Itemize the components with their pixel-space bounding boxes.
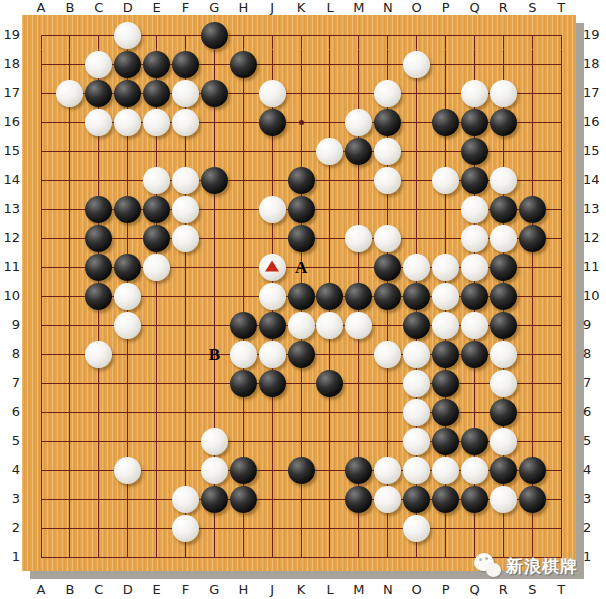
intersection-O12 <box>402 224 431 253</box>
intersection-D17 <box>113 79 142 108</box>
intersection-L18 <box>316 50 345 79</box>
intersection-S11 <box>518 253 547 282</box>
intersection-A17 <box>27 79 56 108</box>
black-stone-Q16 <box>461 109 488 136</box>
intersection-K18 <box>287 50 316 79</box>
intersection-N5 <box>373 427 402 456</box>
intersection-E9 <box>142 311 171 340</box>
row-label-right-4: 4 <box>583 463 606 477</box>
black-stone-K13 <box>288 196 315 223</box>
black-stone-K4 <box>288 457 315 484</box>
intersection-K14 <box>287 166 316 195</box>
white-stone-D16 <box>114 109 141 136</box>
intersection-A15 <box>27 137 56 166</box>
row-label-left-4: 4 <box>0 463 20 477</box>
intersection-D15 <box>113 137 142 166</box>
intersection-O4 <box>402 456 431 485</box>
black-stone-K8 <box>288 341 315 368</box>
col-label-bottom-N: N <box>377 583 399 597</box>
intersection-B12 <box>55 224 84 253</box>
intersection-B8 <box>55 340 84 369</box>
row-label-right-16: 16 <box>583 115 606 129</box>
black-stone-C17 <box>85 80 112 107</box>
intersection-J3 <box>258 485 287 514</box>
intersection-E6 <box>142 398 171 427</box>
col-label-bottom-P: P <box>435 583 457 597</box>
intersection-H12 <box>229 224 258 253</box>
intersection-T8 <box>547 340 576 369</box>
intersection-F9 <box>171 311 200 340</box>
intersection-T9 <box>547 311 576 340</box>
intersection-M2 <box>344 514 373 543</box>
intersection-L6 <box>316 398 345 427</box>
intersection-K2 <box>287 514 316 543</box>
white-stone-R12 <box>490 225 517 252</box>
white-stone-P4 <box>432 457 459 484</box>
intersection-S18 <box>518 50 547 79</box>
intersection-B14 <box>55 166 84 195</box>
intersection-Q9 <box>460 311 489 340</box>
row-label-left-11: 11 <box>0 260 20 274</box>
intersection-S3 <box>518 485 547 514</box>
intersection-F18 <box>171 50 200 79</box>
white-stone-R17 <box>490 80 517 107</box>
white-stone-J11 <box>259 254 286 281</box>
col-label-bottom-C: C <box>88 583 110 597</box>
intersection-J11 <box>258 253 287 282</box>
col-label-bottom-K: K <box>290 583 312 597</box>
intersection-O1 <box>402 543 431 572</box>
intersection-P9 <box>431 311 460 340</box>
intersection-A19 <box>27 21 56 50</box>
black-stone-C10 <box>85 283 112 310</box>
intersection-M5 <box>344 427 373 456</box>
intersection-O14 <box>402 166 431 195</box>
intersection-A18 <box>27 50 56 79</box>
row-label-left-14: 14 <box>0 173 20 187</box>
go-diagram-page: AB 新浪棋牌 AABBCCDDEEFFGGHHJJKKLLMMNNOOPPQQ… <box>0 0 606 599</box>
black-stone-P3 <box>432 486 459 513</box>
intersection-B13 <box>55 195 84 224</box>
intersection-B9 <box>55 311 84 340</box>
row-label-right-3: 3 <box>583 492 606 506</box>
black-stone-O10 <box>403 283 430 310</box>
intersection-A13 <box>27 195 56 224</box>
intersection-T6 <box>547 398 576 427</box>
intersection-C9 <box>84 311 113 340</box>
intersection-E13 <box>142 195 171 224</box>
intersection-A14 <box>27 166 56 195</box>
intersection-F10 <box>171 282 200 311</box>
intersection-L13 <box>316 195 345 224</box>
intersection-P2 <box>431 514 460 543</box>
white-stone-R14 <box>490 167 517 194</box>
white-stone-N3 <box>374 486 401 513</box>
col-label-top-N: N <box>377 1 399 15</box>
white-stone-O4 <box>403 457 430 484</box>
intersection-J19 <box>258 21 287 50</box>
black-stone-R10 <box>490 283 517 310</box>
intersection-L10 <box>316 282 345 311</box>
black-stone-M15 <box>345 138 372 165</box>
intersection-E11 <box>142 253 171 282</box>
intersection-K4 <box>287 456 316 485</box>
intersection-F12 <box>171 224 200 253</box>
intersection-H2 <box>229 514 258 543</box>
intersection-E19 <box>142 21 171 50</box>
black-stone-H9 <box>230 312 257 339</box>
row-label-left-8: 8 <box>0 347 20 361</box>
white-stone-R3 <box>490 486 517 513</box>
intersection-M18 <box>344 50 373 79</box>
black-stone-Q10 <box>461 283 488 310</box>
black-stone-O3 <box>403 486 430 513</box>
col-label-bottom-R: R <box>492 583 514 597</box>
intersection-Q18 <box>460 50 489 79</box>
col-label-bottom-M: M <box>348 583 370 597</box>
white-stone-Q11 <box>461 254 488 281</box>
intersection-F6 <box>171 398 200 427</box>
col-label-bottom-Q: Q <box>464 583 486 597</box>
col-label-top-G: G <box>203 1 225 15</box>
row-label-right-1: 1 <box>583 550 606 564</box>
intersection-F5 <box>171 427 200 456</box>
intersection-C12 <box>84 224 113 253</box>
white-stone-K9 <box>288 312 315 339</box>
intersection-P1 <box>431 543 460 572</box>
intersection-J10 <box>258 282 287 311</box>
white-stone-O11 <box>403 254 430 281</box>
intersection-M16 <box>344 108 373 137</box>
white-stone-O7 <box>403 370 430 397</box>
intersection-O15 <box>402 137 431 166</box>
intersection-L14 <box>316 166 345 195</box>
intersection-B16 <box>55 108 84 137</box>
intersection-P11 <box>431 253 460 282</box>
black-stone-L10 <box>316 283 343 310</box>
row-label-right-14: 14 <box>583 173 606 187</box>
white-stone-J13 <box>259 196 286 223</box>
intersection-O18 <box>402 50 431 79</box>
intersection-S12 <box>518 224 547 253</box>
intersection-F17 <box>171 79 200 108</box>
row-label-left-16: 16 <box>0 115 20 129</box>
intersection-N18 <box>373 50 402 79</box>
intersection-L12 <box>316 224 345 253</box>
intersection-M19 <box>344 21 373 50</box>
intersection-H7 <box>229 369 258 398</box>
intersection-P15 <box>431 137 460 166</box>
black-stone-P5 <box>432 428 459 455</box>
intersection-L17 <box>316 79 345 108</box>
intersection-E4 <box>142 456 171 485</box>
black-stone-F18 <box>172 51 199 78</box>
white-stone-Q4 <box>461 457 488 484</box>
intersection-N14 <box>373 166 402 195</box>
white-stone-Q17 <box>461 80 488 107</box>
black-stone-M10 <box>345 283 372 310</box>
intersection-D10 <box>113 282 142 311</box>
intersection-C13 <box>84 195 113 224</box>
white-stone-P11 <box>432 254 459 281</box>
white-stone-O5 <box>403 428 430 455</box>
intersection-C7 <box>84 369 113 398</box>
intersection-R12 <box>489 224 518 253</box>
black-stone-H7 <box>230 370 257 397</box>
col-label-top-B: B <box>59 1 81 15</box>
white-stone-N4 <box>374 457 401 484</box>
black-stone-D13 <box>114 196 141 223</box>
intersection-G5 <box>200 427 229 456</box>
intersection-L19 <box>316 21 345 50</box>
black-stone-D11 <box>114 254 141 281</box>
black-stone-D18 <box>114 51 141 78</box>
col-label-bottom-A: A <box>30 583 52 597</box>
intersection-P3 <box>431 485 460 514</box>
intersection-E7 <box>142 369 171 398</box>
intersection-D3 <box>113 485 142 514</box>
intersection-A8 <box>27 340 56 369</box>
intersection-Q3 <box>460 485 489 514</box>
intersection-A16 <box>27 108 56 137</box>
intersection-H19 <box>229 21 258 50</box>
intersection-H18 <box>229 50 258 79</box>
intersection-O11 <box>402 253 431 282</box>
intersection-R10 <box>489 282 518 311</box>
black-stone-S12 <box>519 225 546 252</box>
intersection-M9 <box>344 311 373 340</box>
intersection-G6 <box>200 398 229 427</box>
white-stone-P14 <box>432 167 459 194</box>
intersection-J1 <box>258 543 287 572</box>
intersection-A3 <box>27 485 56 514</box>
intersection-S10 <box>518 282 547 311</box>
intersection-N4 <box>373 456 402 485</box>
point-label-A: A <box>295 259 307 276</box>
black-stone-O9 <box>403 312 430 339</box>
black-stone-M4 <box>345 457 372 484</box>
intersection-F1 <box>171 543 200 572</box>
black-stone-M3 <box>345 486 372 513</box>
intersection-O6 <box>402 398 431 427</box>
row-label-left-18: 18 <box>0 57 20 71</box>
row-label-left-2: 2 <box>0 521 20 535</box>
intersection-S15 <box>518 137 547 166</box>
white-stone-J10 <box>259 283 286 310</box>
intersection-R14 <box>489 166 518 195</box>
row-label-right-19: 19 <box>583 28 606 42</box>
col-label-top-A: A <box>30 1 52 15</box>
intersection-K1 <box>287 543 316 572</box>
intersection-H15 <box>229 137 258 166</box>
intersection-E17 <box>142 79 171 108</box>
black-stone-E13 <box>143 196 170 223</box>
intersection-N17 <box>373 79 402 108</box>
row-label-right-8: 8 <box>583 347 606 361</box>
col-label-bottom-S: S <box>521 583 543 597</box>
white-stone-F16 <box>172 109 199 136</box>
white-stone-J8 <box>259 341 286 368</box>
row-label-right-5: 5 <box>583 434 606 448</box>
intersection-P18 <box>431 50 460 79</box>
white-stone-C16 <box>85 109 112 136</box>
intersection-D16 <box>113 108 142 137</box>
intersection-T4 <box>547 456 576 485</box>
intersection-R2 <box>489 514 518 543</box>
black-stone-H18 <box>230 51 257 78</box>
intersection-A9 <box>27 311 56 340</box>
intersection-J7 <box>258 369 287 398</box>
black-stone-N16 <box>374 109 401 136</box>
go-board: AB <box>22 15 576 571</box>
intersection-S7 <box>518 369 547 398</box>
black-stone-P8 <box>432 341 459 368</box>
intersection-O19 <box>402 21 431 50</box>
intersection-F8 <box>171 340 200 369</box>
col-label-bottom-B: B <box>59 583 81 597</box>
black-stone-P6 <box>432 399 459 426</box>
row-label-right-11: 11 <box>583 260 606 274</box>
col-label-top-C: C <box>88 1 110 15</box>
intersection-K16 <box>287 108 316 137</box>
intersection-S14 <box>518 166 547 195</box>
col-label-top-R: R <box>492 1 514 15</box>
col-label-bottom-F: F <box>175 583 197 597</box>
intersection-A5 <box>27 427 56 456</box>
black-stone-H3 <box>230 486 257 513</box>
white-stone-Q13 <box>461 196 488 223</box>
white-stone-F3 <box>172 486 199 513</box>
intersection-K19 <box>287 21 316 50</box>
row-label-right-9: 9 <box>583 318 606 332</box>
intersection-R18 <box>489 50 518 79</box>
intersection-O8 <box>402 340 431 369</box>
intersection-D19 <box>113 21 142 50</box>
intersection-N10 <box>373 282 402 311</box>
black-stone-E18 <box>143 51 170 78</box>
intersection-E10 <box>142 282 171 311</box>
black-stone-E12 <box>143 225 170 252</box>
intersection-P4 <box>431 456 460 485</box>
black-stone-Q8 <box>461 341 488 368</box>
intersection-J14 <box>258 166 287 195</box>
intersection-B7 <box>55 369 84 398</box>
intersection-E8 <box>142 340 171 369</box>
intersection-O9 <box>402 311 431 340</box>
white-stone-R8 <box>490 341 517 368</box>
intersection-A11 <box>27 253 56 282</box>
intersection-L5 <box>316 427 345 456</box>
white-stone-N17 <box>374 80 401 107</box>
intersection-O3 <box>402 485 431 514</box>
intersection-D8 <box>113 340 142 369</box>
intersection-N7 <box>373 369 402 398</box>
intersection-J12 <box>258 224 287 253</box>
intersection-F16 <box>171 108 200 137</box>
intersection-E16 <box>142 108 171 137</box>
intersection-N3 <box>373 485 402 514</box>
black-stone-S4 <box>519 457 546 484</box>
white-stone-N14 <box>374 167 401 194</box>
intersection-P5 <box>431 427 460 456</box>
col-label-top-T: T <box>550 1 572 15</box>
intersection-H9 <box>229 311 258 340</box>
intersection-K12 <box>287 224 316 253</box>
point-label-B: B <box>209 346 220 363</box>
row-label-right-6: 6 <box>583 405 606 419</box>
intersection-S9 <box>518 311 547 340</box>
col-label-bottom-E: E <box>146 583 168 597</box>
intersection-K8 <box>287 340 316 369</box>
intersection-R13 <box>489 195 518 224</box>
intersection-Q5 <box>460 427 489 456</box>
intersection-G10 <box>200 282 229 311</box>
intersection-G4 <box>200 456 229 485</box>
intersection-E12 <box>142 224 171 253</box>
intersection-Q10 <box>460 282 489 311</box>
intersection-Q8 <box>460 340 489 369</box>
white-stone-O6 <box>403 399 430 426</box>
triangle-marker-icon <box>265 261 279 272</box>
intersection-M13 <box>344 195 373 224</box>
black-stone-C13 <box>85 196 112 223</box>
intersection-N9 <box>373 311 402 340</box>
intersection-Q13 <box>460 195 489 224</box>
intersection-Q11 <box>460 253 489 282</box>
intersection-C16 <box>84 108 113 137</box>
white-stone-L15 <box>316 138 343 165</box>
white-stone-R7 <box>490 370 517 397</box>
intersection-H14 <box>229 166 258 195</box>
black-stone-R13 <box>490 196 517 223</box>
intersection-J13 <box>258 195 287 224</box>
intersection-G3 <box>200 485 229 514</box>
intersection-P14 <box>431 166 460 195</box>
intersection-M10 <box>344 282 373 311</box>
intersection-S19 <box>518 21 547 50</box>
white-stone-G4 <box>201 457 228 484</box>
black-stone-K10 <box>288 283 315 310</box>
intersection-C11 <box>84 253 113 282</box>
black-stone-G19 <box>201 22 228 49</box>
col-label-bottom-G: G <box>203 583 225 597</box>
row-label-left-12: 12 <box>0 231 20 245</box>
intersection-H8 <box>229 340 258 369</box>
intersection-A4 <box>27 456 56 485</box>
intersection-D1 <box>113 543 142 572</box>
row-label-left-1: 1 <box>0 550 20 564</box>
board-grid: AB <box>27 21 576 572</box>
intersection-L7 <box>316 369 345 398</box>
intersection-H17 <box>229 79 258 108</box>
col-label-top-P: P <box>435 1 457 15</box>
white-stone-C8 <box>85 341 112 368</box>
intersection-O16 <box>402 108 431 137</box>
intersection-L15 <box>316 137 345 166</box>
intersection-T7 <box>547 369 576 398</box>
white-stone-O8 <box>403 341 430 368</box>
col-label-top-Q: Q <box>464 1 486 15</box>
white-stone-M12 <box>345 225 372 252</box>
intersection-C15 <box>84 137 113 166</box>
intersection-N6 <box>373 398 402 427</box>
intersection-A12 <box>27 224 56 253</box>
intersection-A6 <box>27 398 56 427</box>
intersection-S4 <box>518 456 547 485</box>
row-label-right-2: 2 <box>583 521 606 535</box>
intersection-M17 <box>344 79 373 108</box>
intersection-C18 <box>84 50 113 79</box>
